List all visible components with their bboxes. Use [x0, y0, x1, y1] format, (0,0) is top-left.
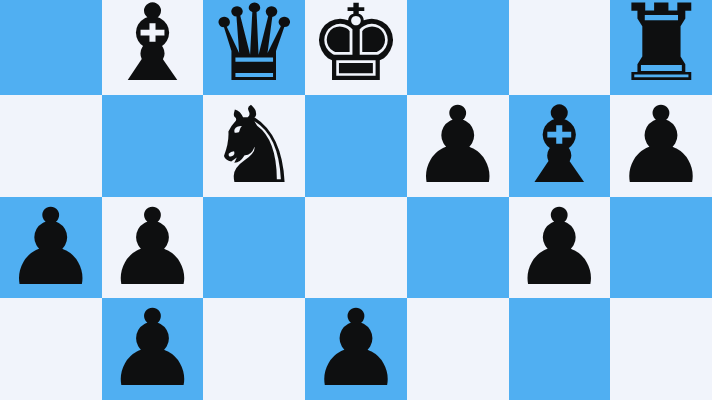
square-h5[interactable]	[610, 298, 712, 400]
black-king-piece[interactable]: ♚	[308, 0, 403, 95]
square-g8[interactable]	[509, 0, 611, 95]
square-e7[interactable]	[305, 95, 407, 197]
square-b5[interactable]	[0, 298, 102, 400]
square-g7[interactable]: ♝	[509, 95, 611, 197]
square-d5[interactable]	[203, 298, 305, 400]
square-c6[interactable]: ♟	[102, 197, 204, 299]
board-grid: ♝ ♛ ♚ ♜ ♞ ♟ ♝ ♟ ♟ ♟	[0, 0, 712, 400]
square-h7[interactable]: ♟	[610, 95, 712, 197]
square-d7[interactable]: ♞	[203, 95, 305, 197]
square-b6[interactable]: ♟	[0, 197, 102, 299]
square-c7[interactable]	[102, 95, 204, 197]
square-e8[interactable]: ♚	[305, 0, 407, 95]
black-pawn-piece[interactable]: ♟	[105, 298, 200, 400]
square-b8[interactable]	[0, 0, 102, 95]
square-d6[interactable]	[203, 197, 305, 299]
square-f5[interactable]	[407, 298, 509, 400]
square-f6[interactable]	[407, 197, 509, 299]
black-pawn-piece[interactable]: ♟	[308, 298, 403, 400]
square-h8[interactable]: ♜	[610, 0, 712, 95]
black-rook-piece[interactable]: ♜	[614, 0, 709, 95]
square-g5[interactable]	[509, 298, 611, 400]
chessboard: ♝ ♛ ♚ ♜ ♞ ♟ ♝ ♟ ♟ ♟	[0, 0, 712, 400]
square-g6[interactable]: ♟	[509, 197, 611, 299]
black-pawn-piece[interactable]: ♟	[614, 95, 709, 197]
square-f8[interactable]	[407, 0, 509, 95]
black-bishop-piece[interactable]: ♝	[512, 95, 607, 197]
black-pawn-piece[interactable]: ♟	[410, 95, 505, 197]
black-knight-piece[interactable]: ♞	[207, 95, 302, 197]
square-h6[interactable]	[610, 197, 712, 299]
black-pawn-piece[interactable]: ♟	[105, 197, 200, 299]
square-c5[interactable]: ♟	[102, 298, 204, 400]
black-pawn-piece[interactable]: ♟	[3, 197, 98, 299]
square-f7[interactable]: ♟	[407, 95, 509, 197]
square-e6[interactable]	[305, 197, 407, 299]
square-d8[interactable]: ♛	[203, 0, 305, 95]
square-e5[interactable]: ♟	[305, 298, 407, 400]
black-queen-piece[interactable]: ♛	[207, 0, 302, 95]
square-c8[interactable]: ♝	[102, 0, 204, 95]
square-b7[interactable]	[0, 95, 102, 197]
black-bishop-piece[interactable]: ♝	[105, 0, 200, 95]
black-pawn-piece[interactable]: ♟	[512, 197, 607, 299]
